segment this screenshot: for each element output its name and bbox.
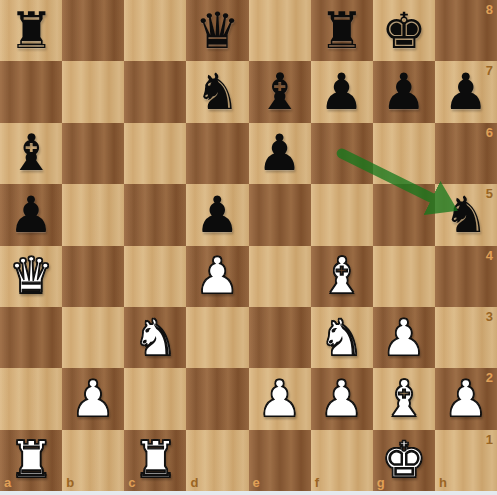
square-b1[interactable]: b <box>62 430 124 491</box>
square-f4[interactable]: ♝ <box>311 246 373 307</box>
rank-label-3: 3 <box>486 309 493 324</box>
square-d2[interactable] <box>186 368 248 429</box>
square-e3[interactable] <box>249 307 311 368</box>
black-bishop[interactable]: ♝ <box>0 123 62 184</box>
black-knight[interactable]: ♞ <box>186 61 248 122</box>
rank-label-8: 8 <box>486 2 493 17</box>
rank-label-6: 6 <box>486 125 493 140</box>
black-pawn[interactable]: ♟ <box>435 61 497 122</box>
square-h3[interactable]: 3 <box>435 307 497 368</box>
square-a8[interactable]: ♜ <box>0 0 62 61</box>
square-b3[interactable] <box>62 307 124 368</box>
square-d7[interactable]: ♞ <box>186 61 248 122</box>
white-pawn[interactable]: ♟ <box>373 307 435 368</box>
square-g8[interactable]: ♚ <box>373 0 435 61</box>
square-d5[interactable]: ♟ <box>186 184 248 245</box>
black-knight[interactable]: ♞ <box>435 184 497 245</box>
chess-app: ♜♛♜♚8♞♝♟♟7♟♝♟6♟♟5♞♛♟♝4♞♞♟3♟♟♟♝2♟a♜bc♜def… <box>0 0 497 495</box>
black-pawn[interactable]: ♟ <box>249 123 311 184</box>
square-c1[interactable]: c♜ <box>124 430 186 491</box>
square-g1[interactable]: g♚ <box>373 430 435 491</box>
square-a5[interactable]: ♟ <box>0 184 62 245</box>
white-bishop[interactable]: ♝ <box>311 246 373 307</box>
square-g3[interactable]: ♟ <box>373 307 435 368</box>
square-f5[interactable] <box>311 184 373 245</box>
white-king[interactable]: ♚ <box>373 430 435 491</box>
square-e1[interactable]: e <box>249 430 311 491</box>
square-a2[interactable] <box>0 368 62 429</box>
square-a1[interactable]: a♜ <box>0 430 62 491</box>
file-label-f: f <box>315 475 319 490</box>
square-f6[interactable] <box>311 123 373 184</box>
black-bishop[interactable]: ♝ <box>249 61 311 122</box>
black-rook[interactable]: ♜ <box>311 0 373 61</box>
square-c3[interactable]: ♞ <box>124 307 186 368</box>
square-c8[interactable] <box>124 0 186 61</box>
white-pawn[interactable]: ♟ <box>249 368 311 429</box>
square-c4[interactable] <box>124 246 186 307</box>
square-a3[interactable] <box>0 307 62 368</box>
square-b4[interactable] <box>62 246 124 307</box>
square-a4[interactable]: ♛ <box>0 246 62 307</box>
file-label-d: d <box>190 475 198 490</box>
black-rook[interactable]: ♜ <box>0 0 62 61</box>
white-pawn[interactable]: ♟ <box>62 368 124 429</box>
square-d8[interactable]: ♛ <box>186 0 248 61</box>
square-h6[interactable]: 6 <box>435 123 497 184</box>
square-f1[interactable]: f <box>311 430 373 491</box>
square-h5[interactable]: 5♞ <box>435 184 497 245</box>
square-c2[interactable] <box>124 368 186 429</box>
square-d3[interactable] <box>186 307 248 368</box>
white-pawn[interactable]: ♟ <box>311 368 373 429</box>
file-label-h: h <box>439 475 447 490</box>
square-b8[interactable] <box>62 0 124 61</box>
square-h2[interactable]: 2♟ <box>435 368 497 429</box>
rank-label-4: 4 <box>486 248 493 263</box>
square-d4[interactable]: ♟ <box>186 246 248 307</box>
square-a7[interactable] <box>0 61 62 122</box>
black-king[interactable]: ♚ <box>373 0 435 61</box>
square-h4[interactable]: 4 <box>435 246 497 307</box>
white-knight[interactable]: ♞ <box>124 307 186 368</box>
file-label-b: b <box>66 475 74 490</box>
black-queen[interactable]: ♛ <box>186 0 248 61</box>
square-e4[interactable] <box>249 246 311 307</box>
white-bishop[interactable]: ♝ <box>373 368 435 429</box>
square-g4[interactable] <box>373 246 435 307</box>
black-pawn[interactable]: ♟ <box>373 61 435 122</box>
white-rook[interactable]: ♜ <box>124 430 186 491</box>
file-label-e: e <box>253 475 260 490</box>
square-e2[interactable]: ♟ <box>249 368 311 429</box>
white-pawn[interactable]: ♟ <box>186 246 248 307</box>
square-b5[interactable] <box>62 184 124 245</box>
square-g6[interactable] <box>373 123 435 184</box>
white-pawn[interactable]: ♟ <box>435 368 497 429</box>
square-b2[interactable]: ♟ <box>62 368 124 429</box>
square-a6[interactable]: ♝ <box>0 123 62 184</box>
square-c6[interactable] <box>124 123 186 184</box>
black-pawn[interactable]: ♟ <box>311 61 373 122</box>
square-e6[interactable]: ♟ <box>249 123 311 184</box>
square-g5[interactable] <box>373 184 435 245</box>
square-c5[interactable] <box>124 184 186 245</box>
square-f2[interactable]: ♟ <box>311 368 373 429</box>
square-c7[interactable] <box>124 61 186 122</box>
square-h7[interactable]: 7♟ <box>435 61 497 122</box>
rank-label-1: 1 <box>486 432 493 447</box>
white-queen[interactable]: ♛ <box>0 246 62 307</box>
square-f7[interactable]: ♟ <box>311 61 373 122</box>
black-pawn[interactable]: ♟ <box>0 184 62 245</box>
square-e8[interactable] <box>249 0 311 61</box>
square-b7[interactable] <box>62 61 124 122</box>
square-g7[interactable]: ♟ <box>373 61 435 122</box>
white-knight[interactable]: ♞ <box>311 307 373 368</box>
square-b6[interactable] <box>62 123 124 184</box>
square-d6[interactable] <box>186 123 248 184</box>
square-g2[interactable]: ♝ <box>373 368 435 429</box>
white-rook[interactable]: ♜ <box>0 430 62 491</box>
black-pawn[interactable]: ♟ <box>186 184 248 245</box>
square-h8[interactable]: 8 <box>435 0 497 61</box>
square-f3[interactable]: ♞ <box>311 307 373 368</box>
square-e7[interactable]: ♝ <box>249 61 311 122</box>
square-f8[interactable]: ♜ <box>311 0 373 61</box>
square-h1[interactable]: 1h <box>435 430 497 491</box>
bottom-margin-strip <box>0 491 497 495</box>
square-d1[interactable]: d <box>186 430 248 491</box>
square-e5[interactable] <box>249 184 311 245</box>
chess-board: ♜♛♜♚8♞♝♟♟7♟♝♟6♟♟5♞♛♟♝4♞♞♟3♟♟♟♝2♟a♜bc♜def… <box>0 0 497 491</box>
